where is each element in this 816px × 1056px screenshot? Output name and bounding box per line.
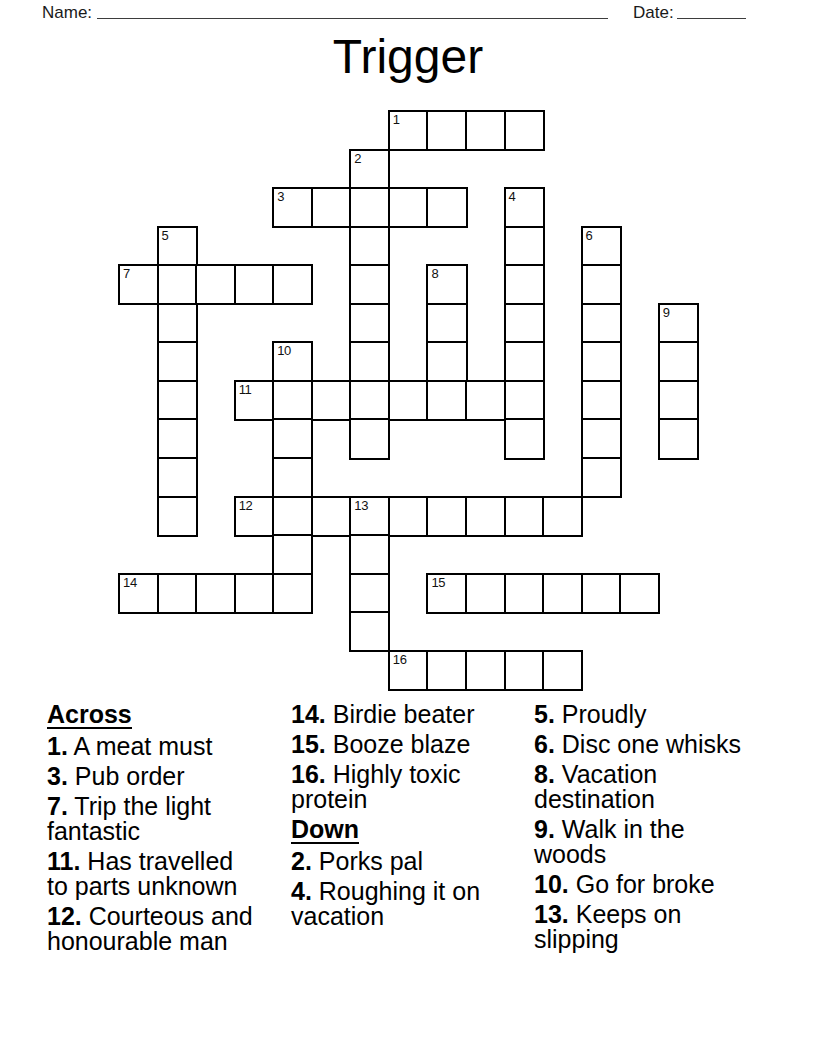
clue-across-11: 11. Has travelled to parts unknown (47, 849, 259, 899)
cell-11-6[interactable] (349, 534, 390, 575)
clue-text: Roughing it on vacation (291, 877, 480, 930)
cell-0-7[interactable]: 1 (388, 110, 429, 151)
cell-1-6[interactable]: 2 (349, 149, 390, 190)
cell-5-14[interactable]: 9 (658, 303, 699, 344)
cell-5-1[interactable] (157, 303, 198, 344)
cell-7-4[interactable] (272, 380, 313, 421)
clue-number-16: 16 (393, 653, 407, 667)
clue-down-13: 13. Keeps on slipping (534, 902, 749, 952)
cell-12-11[interactable] (542, 573, 583, 614)
cell-5-6[interactable] (349, 303, 390, 344)
cell-12-9[interactable] (465, 573, 506, 614)
cell-14-10[interactable] (504, 650, 545, 691)
cell-14-11[interactable] (542, 650, 583, 691)
clue-down-9: 9. Walk in the woods (534, 817, 749, 867)
cell-2-8[interactable] (426, 187, 467, 228)
cell-7-3[interactable]: 11 (234, 380, 275, 421)
cell-12-2[interactable] (195, 573, 236, 614)
cell-7-12[interactable] (581, 380, 622, 421)
clue-number-label: 7. (47, 792, 68, 820)
puzzle-title: Trigger (0, 29, 816, 85)
cell-9-4[interactable] (272, 457, 313, 498)
cell-12-6[interactable] (349, 573, 390, 614)
cell-10-5[interactable] (311, 496, 352, 537)
clue-across-3: 3. Pub order (47, 764, 259, 789)
cell-10-11[interactable] (542, 496, 583, 537)
cell-3-6[interactable] (349, 226, 390, 267)
crossword-grid: 12345678910111213141516 (118, 110, 697, 689)
cell-12-1[interactable] (157, 573, 198, 614)
clue-text: Porks pal (319, 847, 423, 875)
clue-text: Pub order (75, 762, 185, 790)
clue-text: A meat must (73, 732, 212, 760)
cell-7-6[interactable] (349, 380, 390, 421)
cell-6-12[interactable] (581, 341, 622, 382)
cell-7-5[interactable] (311, 380, 352, 421)
clue-number-label: 1. (47, 732, 68, 760)
cell-5-12[interactable] (581, 303, 622, 344)
clue-number-label: 12. (47, 902, 82, 930)
cell-10-10[interactable] (504, 496, 545, 537)
clue-text: Disc one whisks (562, 730, 741, 758)
cell-12-12[interactable] (581, 573, 622, 614)
cell-2-4[interactable]: 3 (272, 187, 313, 228)
cell-13-6[interactable] (349, 611, 390, 652)
clue-number-label: 13. (534, 900, 569, 928)
cell-14-9[interactable] (465, 650, 506, 691)
cell-4-3[interactable] (234, 264, 275, 305)
cell-4-4[interactable] (272, 264, 313, 305)
clue-text: Walk in the woods (534, 815, 685, 868)
clue-number-6: 6 (586, 229, 593, 243)
cell-6-14[interactable] (658, 341, 699, 382)
cell-6-10[interactable] (504, 341, 545, 382)
cell-10-9[interactable] (465, 496, 506, 537)
clue-number-2: 2 (354, 152, 361, 166)
cell-2-10[interactable]: 4 (504, 187, 545, 228)
cell-8-4[interactable] (272, 418, 313, 459)
clue-number-1: 1 (393, 113, 400, 127)
clue-across-1: 1. A meat must (47, 734, 259, 759)
cell-12-13[interactable] (619, 573, 660, 614)
down-heading: Down (291, 817, 503, 844)
clue-number-label: 2. (291, 847, 312, 875)
cell-2-6[interactable] (349, 187, 390, 228)
date-label: Date: (633, 3, 674, 23)
cell-12-4[interactable] (272, 573, 313, 614)
cell-11-4[interactable] (272, 534, 313, 575)
cell-6-4[interactable]: 10 (272, 341, 313, 382)
cell-5-8[interactable] (426, 303, 467, 344)
clue-number-label: 15. (291, 730, 326, 758)
cell-3-1[interactable]: 5 (157, 226, 198, 267)
clue-number-label: 8. (534, 760, 555, 788)
clue-across-7: 7. Trip the light fantastic (47, 794, 259, 844)
cell-9-12[interactable] (581, 457, 622, 498)
cell-10-7[interactable] (388, 496, 429, 537)
clue-number-15: 15 (431, 576, 445, 590)
cell-10-8[interactable] (426, 496, 467, 537)
cell-4-0[interactable]: 7 (118, 264, 159, 305)
cell-2-7[interactable] (388, 187, 429, 228)
clue-down-2: 2. Porks pal (291, 849, 503, 874)
clue-number-label: 16. (291, 760, 326, 788)
clue-number-label: 10. (534, 870, 569, 898)
clue-number-label: 3. (47, 762, 68, 790)
down-clues-col3: 5. Proudly6. Disc one whisks8. Vacation … (534, 702, 749, 952)
clue-number-14: 14 (123, 576, 137, 590)
clue-number-label: 9. (534, 815, 555, 843)
across-clues-col2: 14. Birdie beater15. Booze blaze16. High… (291, 702, 503, 812)
clue-text: Proudly (562, 700, 647, 728)
cell-4-10[interactable] (504, 264, 545, 305)
across-heading: Across (47, 702, 259, 729)
cell-7-10[interactable] (504, 380, 545, 421)
clue-number-label: 4. (291, 877, 312, 905)
clues-column-1: Across 1. A meat must3. Pub order7. Trip… (47, 702, 259, 959)
cell-0-9[interactable] (465, 110, 506, 151)
cell-4-2[interactable] (195, 264, 236, 305)
cell-12-3[interactable] (234, 573, 275, 614)
cell-3-12[interactable]: 6 (581, 226, 622, 267)
cell-10-3[interactable]: 12 (234, 496, 275, 537)
cell-14-8[interactable] (426, 650, 467, 691)
clue-across-16: 16. Highly toxic protein (291, 762, 503, 812)
cell-10-4[interactable] (272, 496, 313, 537)
clue-across-12: 12. Courteous and honourable man (47, 904, 259, 954)
clue-number-10: 10 (277, 344, 291, 358)
down-clues-col2: 2. Porks pal4. Roughing it on vacation (291, 849, 503, 929)
clue-text: Trip the light fantastic (47, 792, 211, 845)
clues-column-3: 5. Proudly6. Disc one whisks8. Vacation … (534, 702, 749, 957)
clue-text: Booze blaze (333, 730, 471, 758)
cell-8-1[interactable] (157, 418, 198, 459)
clue-text: Go for broke (576, 870, 715, 898)
cell-5-10[interactable] (504, 303, 545, 344)
clue-number-9: 9 (663, 306, 670, 320)
cell-3-10[interactable] (504, 226, 545, 267)
clue-down-10: 10. Go for broke (534, 872, 749, 897)
clue-across-14: 14. Birdie beater (291, 702, 503, 727)
clue-number-3: 3 (277, 190, 284, 204)
cell-7-1[interactable] (157, 380, 198, 421)
cell-6-8[interactable] (426, 341, 467, 382)
cell-4-12[interactable] (581, 264, 622, 305)
clue-number-13: 13 (354, 499, 368, 513)
cell-8-14[interactable] (658, 418, 699, 459)
cell-7-8[interactable] (426, 380, 467, 421)
across-clues-col1: 1. A meat must3. Pub order7. Trip the li… (47, 734, 259, 954)
clue-number-4: 4 (509, 190, 516, 204)
name-write-line[interactable] (97, 18, 608, 19)
clue-down-8: 8. Vacation destination (534, 762, 749, 812)
cell-12-0[interactable]: 14 (118, 573, 159, 614)
date-write-line[interactable] (677, 18, 746, 19)
cell-7-7[interactable] (388, 380, 429, 421)
cell-12-10[interactable] (504, 573, 545, 614)
cell-2-5[interactable] (311, 187, 352, 228)
clue-number-7: 7 (123, 267, 130, 281)
clue-down-4: 4. Roughing it on vacation (291, 879, 503, 929)
cell-0-10[interactable] (504, 110, 545, 151)
clue-number-label: 11. (47, 847, 80, 875)
clue-number-label: 14. (291, 700, 326, 728)
clue-across-15: 15. Booze blaze (291, 732, 503, 757)
cell-8-6[interactable] (349, 418, 390, 459)
cell-8-12[interactable] (581, 418, 622, 459)
cell-8-10[interactable] (504, 418, 545, 459)
cell-0-8[interactable] (426, 110, 467, 151)
name-label: Name: (42, 3, 92, 23)
clues-column-2: 14. Birdie beater15. Booze blaze16. High… (291, 702, 503, 934)
clue-text: Birdie beater (333, 700, 475, 728)
cell-10-1[interactable] (157, 496, 198, 537)
clue-number-label: 5. (534, 700, 555, 728)
cell-6-6[interactable] (349, 341, 390, 382)
cell-4-6[interactable] (349, 264, 390, 305)
clue-down-5: 5. Proudly (534, 702, 749, 727)
cell-12-8[interactable]: 15 (426, 573, 467, 614)
clue-down-6: 6. Disc one whisks (534, 732, 749, 757)
clue-number-5: 5 (162, 229, 169, 243)
cell-10-6[interactable]: 13 (349, 496, 390, 537)
clue-number-11: 11 (239, 383, 252, 397)
cell-7-14[interactable] (658, 380, 699, 421)
clue-number-label: 6. (534, 730, 555, 758)
cell-6-1[interactable] (157, 341, 198, 382)
cell-4-1[interactable] (157, 264, 198, 305)
cell-7-9[interactable] (465, 380, 506, 421)
cell-14-7[interactable]: 16 (388, 650, 429, 691)
cell-9-1[interactable] (157, 457, 198, 498)
cell-4-8[interactable]: 8 (426, 264, 467, 305)
clue-number-8: 8 (431, 267, 438, 281)
clue-number-12: 12 (239, 499, 253, 513)
crossword-worksheet: Name: Date: Trigger 12345678910111213141… (0, 0, 816, 1056)
